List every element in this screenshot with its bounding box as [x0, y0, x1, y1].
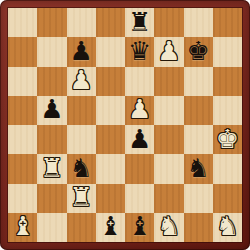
black-bishop[interactable]: ♝: [99, 213, 122, 239]
square-h5[interactable]: [213, 96, 242, 125]
square-g7[interactable]: ♚: [184, 37, 213, 66]
black-knight[interactable]: ♞: [186, 155, 209, 181]
square-b8[interactable]: [37, 8, 66, 37]
black-pawn[interactable]: ♟: [128, 126, 151, 152]
square-g3[interactable]: ♞: [184, 154, 213, 183]
square-f1[interactable]: ♞: [154, 213, 183, 242]
square-c8[interactable]: [67, 8, 96, 37]
square-a1[interactable]: ♝: [8, 213, 37, 242]
square-g6[interactable]: [184, 67, 213, 96]
black-bishop[interactable]: ♝: [128, 213, 151, 239]
square-f4[interactable]: [154, 125, 183, 154]
square-e5[interactable]: ♟: [125, 96, 154, 125]
square-b6[interactable]: [37, 67, 66, 96]
black-pawn[interactable]: ♟: [69, 38, 92, 64]
square-b2[interactable]: [37, 184, 66, 213]
square-e3[interactable]: [125, 154, 154, 183]
square-e1[interactable]: ♝: [125, 213, 154, 242]
square-d7[interactable]: [96, 37, 125, 66]
square-e6[interactable]: [125, 67, 154, 96]
square-f6[interactable]: [154, 67, 183, 96]
white-bishop[interactable]: ♝: [11, 213, 34, 239]
square-b4[interactable]: [37, 125, 66, 154]
square-h4[interactable]: ♚: [213, 125, 242, 154]
square-g1[interactable]: [184, 213, 213, 242]
white-king[interactable]: ♚: [216, 126, 239, 152]
square-d5[interactable]: [96, 96, 125, 125]
square-f3[interactable]: [154, 154, 183, 183]
square-c4[interactable]: [67, 125, 96, 154]
square-b5[interactable]: ♟: [37, 96, 66, 125]
square-a5[interactable]: [8, 96, 37, 125]
white-knight[interactable]: ♞: [216, 213, 239, 239]
square-h7[interactable]: [213, 37, 242, 66]
square-c6[interactable]: ♟: [67, 67, 96, 96]
square-f2[interactable]: [154, 184, 183, 213]
square-g2[interactable]: [184, 184, 213, 213]
square-b3[interactable]: ♜: [37, 154, 66, 183]
square-e7[interactable]: ♛: [125, 37, 154, 66]
square-f8[interactable]: [154, 8, 183, 37]
black-rook[interactable]: ♜: [128, 9, 151, 35]
black-queen[interactable]: ♛: [128, 38, 151, 64]
square-d6[interactable]: [96, 67, 125, 96]
square-f7[interactable]: ♟: [154, 37, 183, 66]
square-c1[interactable]: [67, 213, 96, 242]
square-h2[interactable]: [213, 184, 242, 213]
square-g8[interactable]: [184, 8, 213, 37]
board-frame: ♜♟♛♟♚♟♟♟♟♚♜♞♞♜♝♝♝♞♞: [0, 0, 250, 250]
square-d3[interactable]: [96, 154, 125, 183]
square-c2[interactable]: ♜: [67, 184, 96, 213]
white-rook[interactable]: ♜: [69, 184, 92, 210]
square-g5[interactable]: [184, 96, 213, 125]
black-king[interactable]: ♚: [186, 38, 209, 64]
black-pawn[interactable]: ♟: [40, 96, 63, 122]
white-pawn[interactable]: ♟: [69, 67, 92, 93]
square-h6[interactable]: [213, 67, 242, 96]
chess-board: ♜♟♛♟♚♟♟♟♟♚♜♞♞♜♝♝♝♞♞: [8, 8, 242, 242]
square-g4[interactable]: [184, 125, 213, 154]
square-a4[interactable]: [8, 125, 37, 154]
square-a6[interactable]: [8, 67, 37, 96]
square-a8[interactable]: [8, 8, 37, 37]
chess-app: ♜♟♛♟♚♟♟♟♟♚♜♞♞♜♝♝♝♞♞: [0, 0, 250, 250]
white-rook[interactable]: ♜: [40, 155, 63, 181]
square-d1[interactable]: ♝: [96, 213, 125, 242]
white-knight[interactable]: ♞: [157, 213, 180, 239]
square-d2[interactable]: [96, 184, 125, 213]
square-h8[interactable]: [213, 8, 242, 37]
square-h3[interactable]: [213, 154, 242, 183]
square-e4[interactable]: ♟: [125, 125, 154, 154]
square-a2[interactable]: [8, 184, 37, 213]
white-pawn[interactable]: ♟: [157, 38, 180, 64]
white-pawn[interactable]: ♟: [128, 96, 151, 122]
square-c5[interactable]: [67, 96, 96, 125]
square-d4[interactable]: [96, 125, 125, 154]
square-e2[interactable]: [125, 184, 154, 213]
square-b1[interactable]: [37, 213, 66, 242]
square-a7[interactable]: [8, 37, 37, 66]
square-a3[interactable]: [8, 154, 37, 183]
black-knight[interactable]: ♞: [69, 155, 92, 181]
square-c7[interactable]: ♟: [67, 37, 96, 66]
square-c3[interactable]: ♞: [67, 154, 96, 183]
square-d8[interactable]: [96, 8, 125, 37]
square-h1[interactable]: ♞: [213, 213, 242, 242]
square-e8[interactable]: ♜: [125, 8, 154, 37]
square-b7[interactable]: [37, 37, 66, 66]
square-f5[interactable]: [154, 96, 183, 125]
